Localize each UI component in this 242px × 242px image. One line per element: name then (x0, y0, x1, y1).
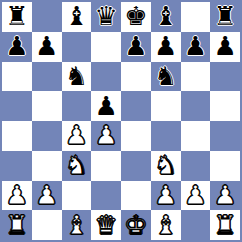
square-b6[interactable] (32, 62, 62, 92)
piece-black-king: ♚ (124, 2, 147, 31)
square-f3[interactable]: ♞ (151, 151, 181, 181)
square-e4[interactable] (121, 121, 151, 151)
piece-white-pawn: ♟ (213, 181, 236, 210)
square-c7[interactable] (62, 32, 92, 62)
piece-black-pawn: ♟ (94, 92, 117, 121)
piece-white-pawn: ♟ (35, 181, 58, 210)
square-b7[interactable]: ♟ (32, 32, 62, 62)
piece-white-rook: ♜ (213, 211, 236, 240)
piece-white-pawn: ♟ (5, 181, 28, 210)
square-g6[interactable] (181, 62, 211, 92)
piece-white-knight: ♞ (154, 151, 177, 180)
square-f1[interactable]: ♝ (151, 210, 181, 240)
square-e6[interactable] (121, 62, 151, 92)
piece-white-pawn: ♟ (154, 181, 177, 210)
piece-white-knight: ♞ (65, 151, 88, 180)
square-g1[interactable] (181, 210, 211, 240)
square-h1[interactable]: ♜ (210, 210, 240, 240)
square-c1[interactable]: ♝ (62, 210, 92, 240)
piece-white-pawn: ♟ (94, 121, 117, 150)
square-e7[interactable]: ♟ (121, 32, 151, 62)
square-h8[interactable]: ♜ (210, 2, 240, 32)
square-e5[interactable] (121, 91, 151, 121)
piece-black-bishop: ♝ (65, 2, 88, 31)
square-c2[interactable] (62, 181, 92, 211)
square-a5[interactable] (2, 91, 32, 121)
square-h5[interactable] (210, 91, 240, 121)
square-b2[interactable]: ♟ (32, 181, 62, 211)
square-h7[interactable]: ♟ (210, 32, 240, 62)
square-h2[interactable]: ♟ (210, 181, 240, 211)
piece-white-bishop: ♝ (65, 211, 88, 240)
square-d5[interactable]: ♟ (91, 91, 121, 121)
square-b8[interactable] (32, 2, 62, 32)
square-a6[interactable] (2, 62, 32, 92)
piece-white-bishop: ♝ (154, 211, 177, 240)
square-h6[interactable] (210, 62, 240, 92)
square-b4[interactable] (32, 121, 62, 151)
square-f7[interactable]: ♟ (151, 32, 181, 62)
square-g2[interactable]: ♟ (181, 181, 211, 211)
piece-white-pawn: ♟ (65, 121, 88, 150)
piece-black-rook: ♜ (5, 2, 28, 31)
square-b5[interactable] (32, 91, 62, 121)
square-d7[interactable] (91, 32, 121, 62)
square-d2[interactable] (91, 181, 121, 211)
piece-black-rook: ♜ (213, 2, 236, 31)
square-f5[interactable] (151, 91, 181, 121)
square-e3[interactable] (121, 151, 151, 181)
square-a1[interactable]: ♜ (2, 210, 32, 240)
piece-black-bishop: ♝ (154, 2, 177, 31)
square-d6[interactable] (91, 62, 121, 92)
square-a4[interactable] (2, 121, 32, 151)
square-f4[interactable] (151, 121, 181, 151)
square-e8[interactable]: ♚ (121, 2, 151, 32)
piece-white-king: ♚ (124, 211, 147, 240)
piece-black-pawn: ♟ (184, 32, 207, 61)
piece-black-pawn: ♟ (5, 32, 28, 61)
piece-black-knight: ♞ (65, 62, 88, 91)
square-b1[interactable] (32, 210, 62, 240)
piece-black-queen: ♛ (94, 2, 117, 31)
square-g8[interactable] (181, 2, 211, 32)
square-h4[interactable] (210, 121, 240, 151)
square-e1[interactable]: ♚ (121, 210, 151, 240)
square-d1[interactable]: ♛ (91, 210, 121, 240)
square-c4[interactable]: ♟ (62, 121, 92, 151)
piece-black-pawn: ♟ (124, 32, 147, 61)
square-g5[interactable] (181, 91, 211, 121)
piece-white-pawn: ♟ (184, 181, 207, 210)
piece-white-queen: ♛ (94, 211, 117, 240)
square-f6[interactable]: ♞ (151, 62, 181, 92)
square-e2[interactable] (121, 181, 151, 211)
piece-black-knight: ♞ (154, 62, 177, 91)
square-c6[interactable]: ♞ (62, 62, 92, 92)
piece-black-pawn: ♟ (35, 32, 58, 61)
square-a3[interactable] (2, 151, 32, 181)
square-f2[interactable]: ♟ (151, 181, 181, 211)
square-a2[interactable]: ♟ (2, 181, 32, 211)
square-a8[interactable]: ♜ (2, 2, 32, 32)
square-c8[interactable]: ♝ (62, 2, 92, 32)
piece-white-rook: ♜ (5, 211, 28, 240)
square-g7[interactable]: ♟ (181, 32, 211, 62)
square-d3[interactable] (91, 151, 121, 181)
square-d8[interactable]: ♛ (91, 2, 121, 32)
square-c5[interactable] (62, 91, 92, 121)
square-b3[interactable] (32, 151, 62, 181)
chess-board: ♜♝♛♚♝♜♟♟♟♟♟♟♞♞♟♟♟♞♞♟♟♟♟♟♜♝♛♚♝♜ (0, 0, 242, 242)
square-g3[interactable] (181, 151, 211, 181)
piece-black-pawn: ♟ (213, 32, 236, 61)
square-g4[interactable] (181, 121, 211, 151)
square-f8[interactable]: ♝ (151, 2, 181, 32)
square-c3[interactable]: ♞ (62, 151, 92, 181)
piece-black-pawn: ♟ (154, 32, 177, 61)
square-a7[interactable]: ♟ (2, 32, 32, 62)
square-h3[interactable] (210, 151, 240, 181)
square-d4[interactable]: ♟ (91, 121, 121, 151)
